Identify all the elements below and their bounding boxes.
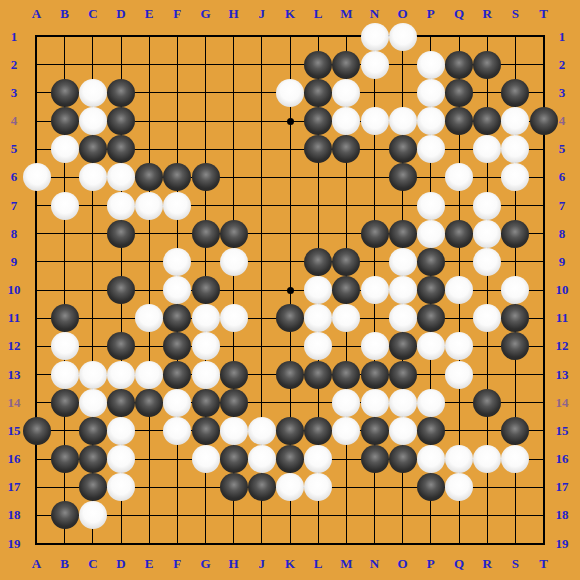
stone-black (389, 445, 417, 473)
stone-black (107, 220, 135, 248)
stone-black (501, 417, 529, 445)
stone-black (501, 79, 529, 107)
coord-label-bottom: A (26, 556, 48, 572)
stone-white (135, 361, 163, 389)
stone-black (220, 361, 248, 389)
coord-label-bottom: R (476, 556, 498, 572)
coord-label-bottom: K (279, 556, 301, 572)
coord-label-left: 14 (3, 395, 25, 411)
stone-black (192, 276, 220, 304)
stone-white (361, 51, 389, 79)
stone-white (192, 445, 220, 473)
stone-black (79, 417, 107, 445)
coord-label-left: 13 (3, 367, 25, 383)
stone-black (192, 163, 220, 191)
stone-black (220, 445, 248, 473)
stone-black (304, 107, 332, 135)
coord-label-top: M (335, 6, 357, 22)
coord-label-left: 18 (3, 507, 25, 523)
stone-white (192, 361, 220, 389)
coord-label-top: P (420, 6, 442, 22)
coord-label-bottom: C (82, 556, 104, 572)
stone-white (192, 332, 220, 360)
coord-label-top: N (364, 6, 386, 22)
coord-label-bottom: J (251, 556, 273, 572)
stone-white (332, 79, 360, 107)
stone-black (389, 163, 417, 191)
coord-label-right: 14 (551, 395, 573, 411)
coord-label-right: 1 (551, 29, 573, 45)
stone-black (332, 248, 360, 276)
stone-white (248, 445, 276, 473)
stone-white (220, 304, 248, 332)
stone-black (276, 417, 304, 445)
stone-white (417, 135, 445, 163)
coord-label-right: 5 (551, 141, 573, 157)
stone-white (445, 276, 473, 304)
stone-white (51, 192, 79, 220)
stone-black (473, 389, 501, 417)
stone-black (107, 135, 135, 163)
coord-label-bottom: O (392, 556, 414, 572)
stone-white (107, 445, 135, 473)
stone-white (220, 417, 248, 445)
stone-white (332, 417, 360, 445)
coord-label-right: 8 (551, 226, 573, 242)
coord-label-top: O (392, 6, 414, 22)
go-board[interactable]: AABBCCDDEEFFGGHHJJKKLLMMNNOOPPQQRRSSTT11… (0, 0, 580, 580)
coord-label-left: 8 (3, 226, 25, 242)
stone-black (332, 51, 360, 79)
stone-black (361, 445, 389, 473)
coord-label-left: 7 (3, 198, 25, 214)
coord-label-left: 1 (3, 29, 25, 45)
coord-label-left: 3 (3, 85, 25, 101)
stone-black (445, 79, 473, 107)
stone-white (361, 107, 389, 135)
stone-black (220, 220, 248, 248)
coord-label-bottom: T (533, 556, 555, 572)
stone-white (248, 417, 276, 445)
stone-black (51, 107, 79, 135)
star-point (287, 287, 294, 294)
coord-label-left: 10 (3, 282, 25, 298)
stone-white (389, 23, 417, 51)
coord-label-top: D (110, 6, 132, 22)
stone-white (51, 332, 79, 360)
stone-black (163, 361, 191, 389)
stone-white (417, 445, 445, 473)
stone-white (417, 220, 445, 248)
stone-white (332, 389, 360, 417)
stone-white (79, 163, 107, 191)
stone-white (51, 361, 79, 389)
stone-white (361, 276, 389, 304)
coord-label-bottom: L (307, 556, 329, 572)
coord-label-top: E (138, 6, 160, 22)
stone-black (361, 220, 389, 248)
coord-label-right: 7 (551, 198, 573, 214)
stone-black (107, 389, 135, 417)
stone-white (276, 473, 304, 501)
coord-label-top: J (251, 6, 273, 22)
stone-white (445, 445, 473, 473)
coord-label-left: 5 (3, 141, 25, 157)
coord-label-left: 9 (3, 254, 25, 270)
stone-black (51, 501, 79, 529)
stone-black (107, 276, 135, 304)
stone-black (248, 473, 276, 501)
coord-label-left: 4 (3, 113, 25, 129)
stone-white (417, 332, 445, 360)
stone-black (389, 361, 417, 389)
stone-black (23, 417, 51, 445)
stone-white (473, 248, 501, 276)
coord-label-left: 12 (3, 338, 25, 354)
coord-label-bottom: P (420, 556, 442, 572)
coord-label-bottom: Q (448, 556, 470, 572)
coord-label-top: L (307, 6, 329, 22)
coord-label-top: Q (448, 6, 470, 22)
stone-black (276, 361, 304, 389)
stone-white (361, 389, 389, 417)
stone-white (417, 107, 445, 135)
stone-white (79, 107, 107, 135)
stone-black (389, 135, 417, 163)
coord-label-bottom: M (335, 556, 357, 572)
coord-label-left: 17 (3, 479, 25, 495)
stone-black (417, 276, 445, 304)
coord-label-top: R (476, 6, 498, 22)
coord-label-top: K (279, 6, 301, 22)
coord-label-top: H (223, 6, 245, 22)
stone-black (361, 417, 389, 445)
stone-white (107, 192, 135, 220)
coord-label-right: 9 (551, 254, 573, 270)
stone-black (304, 79, 332, 107)
stone-white (192, 304, 220, 332)
stone-black (473, 51, 501, 79)
coord-label-top: A (26, 6, 48, 22)
stone-black (389, 332, 417, 360)
coord-label-left: 19 (3, 536, 25, 552)
stone-black (135, 389, 163, 417)
stone-black (107, 107, 135, 135)
coord-label-right: 15 (551, 423, 573, 439)
coord-label-bottom: G (195, 556, 217, 572)
coord-label-left: 6 (3, 169, 25, 185)
stone-white (389, 389, 417, 417)
stone-white (304, 276, 332, 304)
stone-white (51, 135, 79, 163)
stone-black (445, 220, 473, 248)
coord-label-bottom: H (223, 556, 245, 572)
stone-black (51, 389, 79, 417)
coord-label-bottom: D (110, 556, 132, 572)
stone-black (51, 79, 79, 107)
stone-white (107, 473, 135, 501)
stone-black (473, 107, 501, 135)
coord-label-top: T (533, 6, 555, 22)
stone-white (473, 445, 501, 473)
coord-label-bottom: F (166, 556, 188, 572)
stone-white (361, 23, 389, 51)
coord-label-bottom: N (364, 556, 386, 572)
stone-white (79, 389, 107, 417)
stone-white (417, 389, 445, 417)
stone-black (276, 445, 304, 473)
coord-label-right: 13 (551, 367, 573, 383)
coord-label-bottom: E (138, 556, 160, 572)
stone-white (163, 192, 191, 220)
stone-black (332, 361, 360, 389)
stone-black (51, 304, 79, 332)
stone-black (389, 220, 417, 248)
stone-white (389, 248, 417, 276)
stone-white (79, 501, 107, 529)
stone-black (192, 220, 220, 248)
stone-black (79, 135, 107, 163)
coord-label-left: 2 (3, 57, 25, 73)
stone-white (473, 192, 501, 220)
stone-white (163, 389, 191, 417)
stone-white (79, 79, 107, 107)
stone-black (276, 304, 304, 332)
stone-black (192, 389, 220, 417)
coord-label-left: 11 (3, 310, 25, 326)
stone-white (163, 417, 191, 445)
stone-black (79, 473, 107, 501)
stone-black (304, 51, 332, 79)
stone-black (192, 417, 220, 445)
stone-black (220, 389, 248, 417)
stone-white (473, 220, 501, 248)
stone-white (417, 79, 445, 107)
coord-label-right: 17 (551, 479, 573, 495)
stone-black (51, 445, 79, 473)
stone-white (445, 473, 473, 501)
coord-label-top: B (54, 6, 76, 22)
stone-white (389, 107, 417, 135)
coord-label-top: F (166, 6, 188, 22)
coord-label-right: 10 (551, 282, 573, 298)
stone-black (107, 79, 135, 107)
coord-label-left: 15 (3, 423, 25, 439)
stone-white (220, 248, 248, 276)
coord-label-right: 2 (551, 57, 573, 73)
stone-black (445, 51, 473, 79)
stone-white (163, 248, 191, 276)
star-point (287, 118, 294, 125)
stone-black (417, 304, 445, 332)
stone-black (79, 445, 107, 473)
stone-white (107, 417, 135, 445)
stone-black (501, 220, 529, 248)
stone-white (445, 361, 473, 389)
stone-white (107, 361, 135, 389)
stone-black (445, 107, 473, 135)
stone-black (530, 107, 558, 135)
stone-black (304, 248, 332, 276)
stone-white (135, 192, 163, 220)
coord-label-right: 6 (551, 169, 573, 185)
stone-white (276, 79, 304, 107)
stone-white (389, 304, 417, 332)
coord-label-right: 16 (551, 451, 573, 467)
coord-label-top: G (195, 6, 217, 22)
stone-white (417, 51, 445, 79)
stone-black (417, 417, 445, 445)
coord-label-right: 12 (551, 338, 573, 354)
coord-label-right: 19 (551, 536, 573, 552)
stone-white (417, 192, 445, 220)
stone-white (79, 361, 107, 389)
stone-black (361, 361, 389, 389)
coord-label-right: 11 (551, 310, 573, 326)
stone-white (389, 417, 417, 445)
stone-black (220, 473, 248, 501)
stone-black (417, 473, 445, 501)
coord-label-right: 18 (551, 507, 573, 523)
coord-label-top: S (504, 6, 526, 22)
coord-label-left: 16 (3, 451, 25, 467)
stone-white (23, 163, 51, 191)
coord-label-bottom: S (504, 556, 526, 572)
stone-black (304, 417, 332, 445)
stone-white (304, 445, 332, 473)
coord-label-right: 3 (551, 85, 573, 101)
coord-label-bottom: B (54, 556, 76, 572)
coord-label-top: C (82, 6, 104, 22)
stone-white (361, 332, 389, 360)
stone-white (389, 276, 417, 304)
stone-black (417, 248, 445, 276)
stone-black (304, 361, 332, 389)
